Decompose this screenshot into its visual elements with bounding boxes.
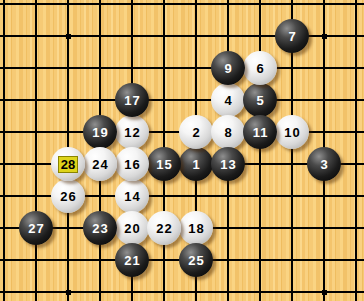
stone-white-8: 8 [211,115,245,149]
star-point [322,34,327,39]
stone-number: 20 [124,222,140,235]
stone-number: 6 [256,62,264,75]
stone-white-10: 10 [275,115,309,149]
stone-number: 10 [284,126,300,139]
stone-white-26: 26 [51,179,85,213]
stone-number: 14 [124,190,140,203]
stone-number: 25 [188,254,204,267]
stone-number: 24 [92,158,108,171]
stone-white-20: 20 [115,211,149,245]
stone-white-4: 4 [211,83,245,117]
stone-black-3: 3 [307,147,341,181]
stone-number: 27 [28,222,44,235]
stone-number: 5 [256,94,264,107]
stone-black-25: 25 [179,243,213,277]
stone-number: 7 [288,30,296,43]
star-point [66,34,71,39]
stone-black-15: 15 [147,147,181,181]
stone-number: 4 [224,94,232,107]
stone-number: 16 [124,158,140,171]
stone-number: 2 [192,126,200,139]
stone-number: 23 [92,222,108,235]
stone-number: 9 [224,62,232,75]
stone-black-11: 11 [243,115,277,149]
stone-white-18: 18 [179,211,213,245]
stone-number: 26 [60,190,76,203]
stone-number: 12 [124,126,140,139]
stone-number: 1 [192,158,200,171]
stone-white-22: 22 [147,211,181,245]
stone-black-23: 23 [83,211,117,245]
star-point [322,290,327,295]
stone-number: 3 [320,158,328,171]
stone-white-14: 14 [115,179,149,213]
stone-black-21: 21 [115,243,149,277]
stone-white-16: 16 [115,147,149,181]
stone-number: 21 [124,254,140,267]
stone-black-27: 27 [19,211,53,245]
stone-number: 13 [220,158,236,171]
stone-black-7: 7 [275,19,309,53]
stone-number: 22 [156,222,172,235]
stone-white-28: 28 [51,147,85,181]
stone-white-24: 24 [83,147,117,181]
stone-number: 19 [92,126,108,139]
stone-number: 17 [124,94,140,107]
star-point [66,290,71,295]
stone-white-2: 2 [179,115,213,149]
stone-black-13: 13 [211,147,245,181]
stone-number: 15 [156,158,172,171]
stone-number: 11 [253,126,269,139]
stone-white-12: 12 [115,115,149,149]
stone-white-6: 6 [243,51,277,85]
stone-number: 18 [188,222,204,235]
stone-black-9: 9 [211,51,245,85]
stone-number: 8 [224,126,232,139]
stone-black-1: 1 [179,147,213,181]
stone-black-19: 19 [83,115,117,149]
stone-black-17: 17 [115,83,149,117]
stone-number-last-move: 28 [58,156,78,173]
stone-black-5: 5 [243,83,277,117]
gomoku-board[interactable]: 1234567891011121314151617181920212223242… [0,0,364,301]
